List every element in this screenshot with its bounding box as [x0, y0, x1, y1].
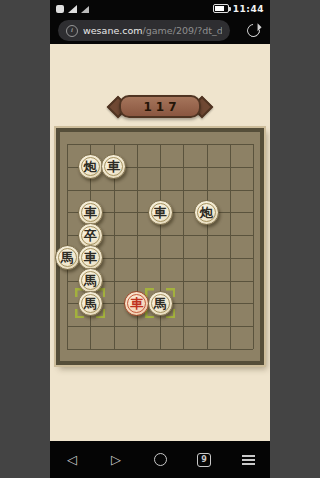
xiangqi-piece-black[interactable]: 馬 [78, 268, 103, 293]
piece-glyph: 馬 [61, 251, 74, 264]
grid-line-vertical [137, 144, 138, 349]
tab-count: 9 [201, 455, 207, 464]
refresh-button[interactable] [245, 22, 262, 39]
level-plaque: 117 [50, 95, 270, 118]
tabs-button[interactable]: 9 [187, 445, 221, 475]
piece-glyph: 車 [154, 206, 167, 219]
xiangqi-piece-black[interactable]: 卒 [78, 223, 103, 248]
grid-line-horizontal [67, 349, 253, 350]
info-icon: i [66, 25, 78, 37]
signal-icon [68, 5, 77, 13]
piece-glyph: 馬 [84, 297, 97, 310]
grid-line-horizontal [67, 326, 253, 327]
xiangqi-piece-black[interactable]: 馬 [148, 291, 173, 316]
phone-screen: 11:44 i wesane.com/game/209/?dt_dapp 117… [50, 0, 270, 478]
clock: 11:44 [233, 4, 264, 14]
grid-line-horizontal [67, 190, 253, 191]
xiangqi-piece-black[interactable]: 炮 [78, 154, 103, 179]
xiangqi-piece-black[interactable]: 炮 [194, 200, 219, 225]
grid-line-horizontal [67, 144, 253, 145]
url-text: wesane.com/game/209/?dt_dapp [83, 25, 222, 36]
piece-glyph: 炮 [200, 206, 213, 219]
url-domain: wesane.com [83, 25, 143, 36]
refresh-icon [244, 21, 262, 39]
piece-glyph: 車 [84, 251, 97, 264]
piece-glyph: 車 [84, 206, 97, 219]
url-path: /game/209/?dt_dapp [143, 25, 222, 36]
notification-icon [56, 5, 64, 13]
status-icons-right: 11:44 [213, 4, 264, 14]
grid-line-vertical [230, 144, 231, 349]
piece-glyph: 馬 [154, 297, 167, 310]
xiangqi-piece-black[interactable]: 車 [148, 200, 173, 225]
grid-line-vertical [253, 144, 254, 349]
xiangqi-piece-black[interactable]: 馬 [78, 291, 103, 316]
back-icon: ◁ [67, 453, 77, 466]
grid-line-vertical [207, 144, 208, 349]
address-field[interactable]: i wesane.com/game/209/?dt_dapp [58, 20, 230, 41]
back-button[interactable]: ◁ [55, 445, 89, 475]
xiangqi-piece-black[interactable]: 車 [78, 200, 103, 225]
status-bar: 11:44 [50, 0, 270, 17]
xiangqi-board[interactable]: 炮車車車炮卒馬車馬馬車馬 [56, 128, 264, 365]
wifi-icon [81, 6, 89, 13]
forward-button[interactable]: ▷ [99, 445, 133, 475]
piece-glyph: 卒 [84, 229, 97, 242]
status-icons-left [56, 5, 89, 13]
xiangqi-piece-black[interactable]: 車 [78, 245, 103, 270]
plaque-bar: 117 [119, 95, 201, 118]
bottom-nav-bar: ◁ ▷ 9 [50, 441, 270, 478]
level-number: 117 [139, 100, 180, 114]
piece-glyph: 炮 [84, 160, 97, 173]
home-icon [154, 453, 167, 466]
tabs-icon: 9 [197, 453, 211, 467]
piece-glyph: 馬 [84, 274, 97, 287]
menu-icon [242, 459, 255, 461]
home-button[interactable] [143, 445, 177, 475]
browser-address-bar: i wesane.com/game/209/?dt_dapp [50, 17, 270, 44]
forward-icon: ▷ [111, 453, 121, 466]
battery-icon [213, 4, 229, 13]
grid-line-vertical [183, 144, 184, 349]
piece-glyph: 車 [130, 297, 143, 310]
menu-button[interactable] [231, 445, 265, 475]
xiangqi-piece-black[interactable]: 馬 [55, 245, 80, 270]
piece-glyph: 車 [107, 160, 120, 173]
